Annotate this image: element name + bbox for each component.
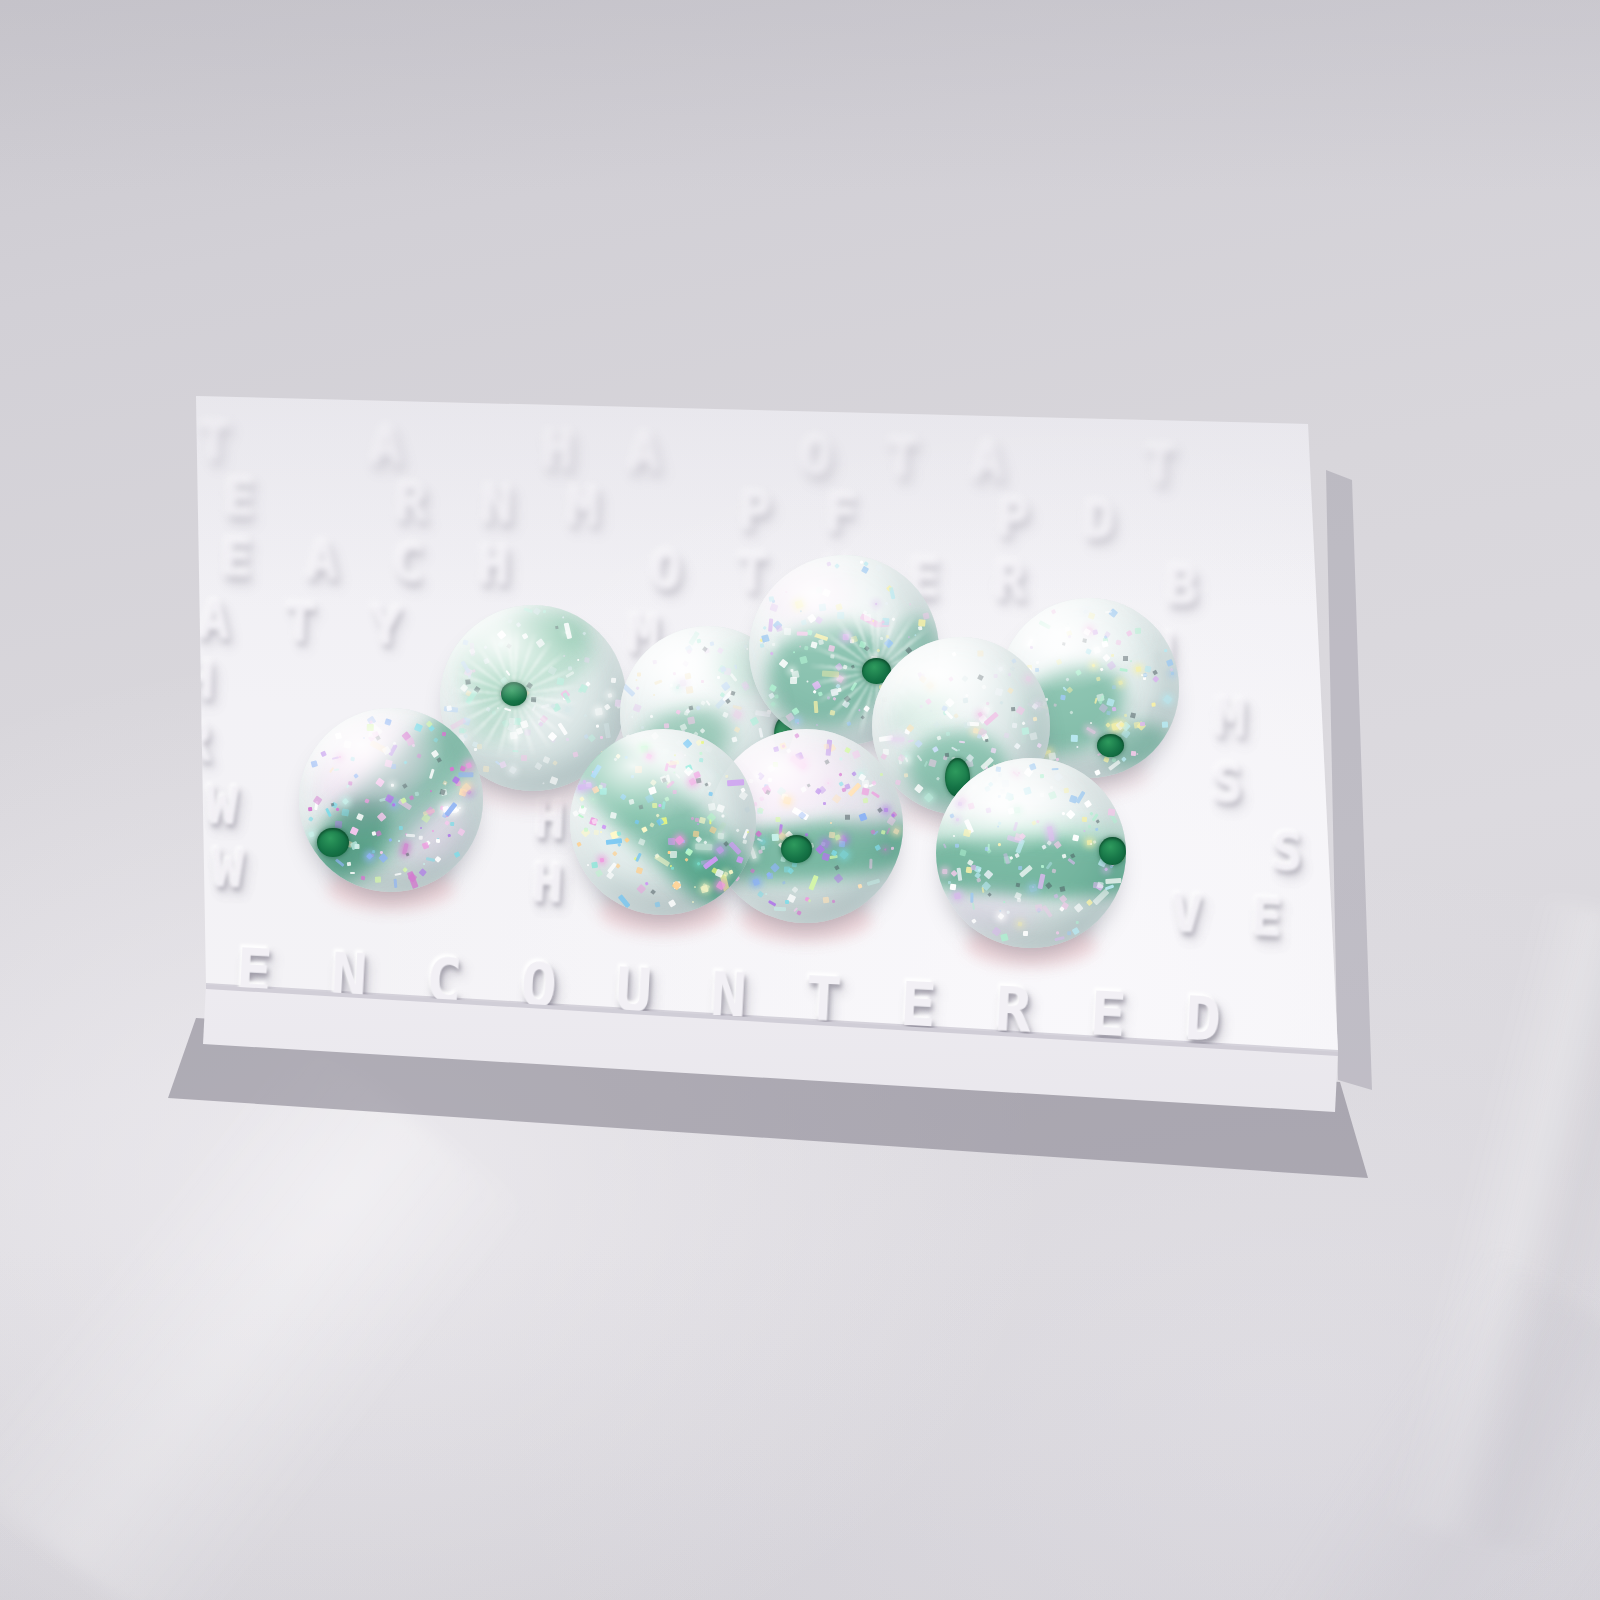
bead-front-center bbox=[570, 729, 756, 915]
bead-front-right bbox=[936, 758, 1126, 948]
bead-front-left bbox=[299, 708, 483, 892]
bead-front-right-gloss-highlight bbox=[936, 758, 1126, 948]
photo-scene: T A HA OTA TE RNM PF PDEACH OTHER BATY M… bbox=[0, 0, 1600, 1600]
bead-front-center-gloss-highlight bbox=[570, 729, 756, 915]
bead-front-left-gloss-highlight bbox=[299, 708, 483, 892]
